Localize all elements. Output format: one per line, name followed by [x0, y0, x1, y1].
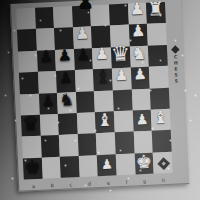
piece-wR: ♜ — [147, 0, 165, 18]
square-a7 — [17, 29, 37, 51]
board-photo: ♟♜♟♟♟♟♟♟♛♞♟♝♟♟♟♞♛♝♟♝♚♟♚ abcdefgh CHESS ♟ — [0, 0, 200, 200]
square-g2 — [133, 131, 153, 153]
square-g4 — [131, 88, 151, 110]
square-g5: ♟ — [130, 67, 150, 89]
piece-bP: ♟ — [57, 48, 72, 64]
piece-wQ: ♛ — [110, 43, 130, 65]
brand-strip: CHESS — [170, 46, 181, 84]
square-c3 — [58, 113, 78, 135]
piece-bB: ♝ — [94, 67, 111, 86]
piece-bN: ♞ — [59, 92, 75, 109]
file-label-f: f — [125, 179, 127, 184]
square-h8: ♜ — [146, 2, 166, 24]
square-h5 — [149, 66, 169, 88]
square-c8 — [53, 6, 73, 28]
square-f2 — [115, 132, 135, 154]
square-a8 — [16, 8, 36, 30]
square-f4 — [113, 89, 133, 111]
square-e2 — [96, 133, 116, 155]
square-d5 — [75, 69, 95, 91]
square-f3 — [114, 110, 134, 132]
square-a1: ♚ — [23, 157, 43, 179]
piece-wB: ♝ — [152, 109, 168, 127]
square-h1 — [153, 152, 173, 174]
piece-bP: ♟ — [59, 71, 73, 87]
file-label-a: a — [32, 184, 35, 189]
square-a3: ♛ — [21, 115, 41, 137]
captured-black-piece: ♟ — [77, 0, 94, 12]
square-c2 — [59, 134, 79, 156]
piece-wN: ♞ — [131, 44, 148, 63]
square-d1 — [79, 155, 99, 177]
board-grid: ♟♜♟♟♟♟♟♟♛♞♟♝♟♟♟♞♛♝♟♝♚♟♚ — [16, 2, 172, 180]
piece-bK: ♚ — [24, 158, 41, 177]
piece-bP: ♟ — [39, 49, 54, 65]
square-b6: ♟ — [37, 50, 57, 72]
piece-bP: ♟ — [76, 48, 91, 64]
piece-wK: ♚ — [135, 153, 152, 172]
file-label-d: d — [88, 181, 91, 186]
square-h2 — [152, 130, 172, 152]
square-d3 — [77, 112, 97, 134]
file-label-e: e — [107, 180, 110, 185]
square-b5 — [38, 71, 58, 93]
square-b3 — [39, 114, 59, 136]
piece-wP: ♟ — [129, 1, 144, 18]
piece-wP: ♟ — [133, 67, 147, 83]
dust-speckles — [0, 0, 1, 1]
square-d2 — [78, 134, 98, 156]
piece-wP: ♟ — [114, 68, 128, 84]
piece-bQ: ♛ — [21, 114, 39, 134]
piece-wB: ♝ — [97, 111, 113, 129]
square-c1 — [60, 156, 80, 178]
square-h6 — [148, 45, 168, 67]
board-corner-logo-icon — [157, 157, 170, 170]
square-f8 — [109, 4, 129, 26]
square-c4: ♞ — [57, 92, 77, 114]
square-f1 — [116, 153, 136, 175]
piece-wP: ♟ — [101, 157, 113, 171]
square-b4: ♟ — [39, 92, 59, 114]
chess-board: ♟♜♟♟♟♟♟♟♛♞♟♝♟♟♟♞♛♝♟♝♚♟♚ abcdefgh CHESS — [10, 0, 189, 192]
square-f5: ♟ — [112, 68, 132, 90]
square-a2 — [22, 136, 42, 158]
square-d6: ♟ — [74, 48, 94, 70]
square-b1 — [41, 157, 61, 179]
piece-wP: ♟ — [131, 23, 146, 40]
square-e5: ♝ — [93, 69, 113, 91]
square-d4 — [76, 91, 96, 113]
square-b8 — [35, 7, 55, 29]
piece-bP: ♟ — [41, 93, 55, 108]
square-a6 — [18, 51, 38, 73]
brand-text: CHESS — [173, 54, 179, 84]
file-label-c: c — [69, 182, 72, 187]
square-e3: ♝ — [95, 111, 115, 133]
square-e1: ♟ — [97, 154, 117, 176]
board-corner-logo-center — [161, 162, 165, 166]
square-b2 — [40, 135, 60, 157]
square-g3: ♟ — [132, 110, 152, 132]
square-g1: ♚ — [134, 152, 154, 174]
brand-knight-logo-icon — [171, 45, 179, 53]
square-h7 — [147, 23, 167, 45]
file-label-b: b — [51, 183, 54, 188]
file-label-g: g — [143, 178, 146, 183]
square-h3: ♝ — [151, 109, 171, 131]
square-a5 — [19, 72, 39, 94]
piece-wP: ♟ — [95, 47, 110, 63]
file-label-h: h — [162, 178, 165, 183]
piece-wP: ♟ — [75, 26, 90, 43]
piece-wP: ♟ — [135, 111, 148, 126]
